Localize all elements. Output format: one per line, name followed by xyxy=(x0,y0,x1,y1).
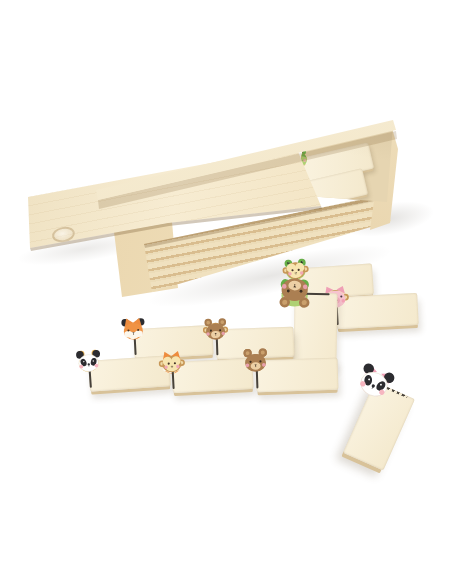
domino-bear-bear[interactable] xyxy=(255,358,338,393)
domino-monkey-pig[interactable] xyxy=(335,293,419,329)
domino-frog-bear[interactable] xyxy=(293,293,337,367)
domino-pig-panda[interactable] xyxy=(343,381,415,470)
product-scene xyxy=(0,0,450,585)
table-tiles xyxy=(0,0,450,585)
